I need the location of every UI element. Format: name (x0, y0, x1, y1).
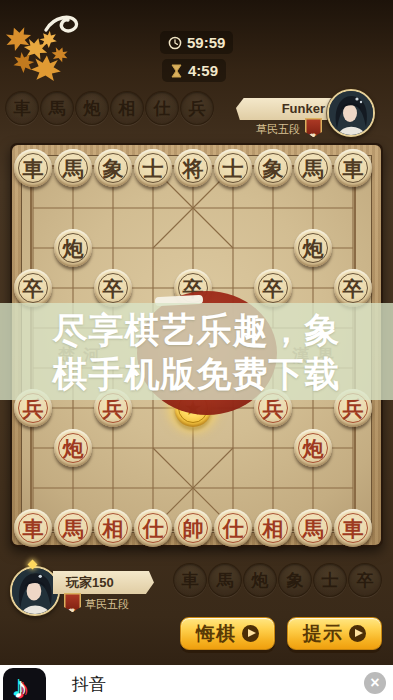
avatar-portrait (12, 568, 58, 614)
piece-炮[interactable]: 炮 (54, 229, 92, 267)
player-bottom-nameplate: 玩家150 (53, 571, 154, 594)
close-banner-button[interactable]: × (364, 672, 386, 694)
ad-text-line1: 尽享棋艺乐趣，象 (53, 308, 341, 352)
piece-卒[interactable]: 卒 (254, 269, 292, 307)
undo-button-label: 悔棋 (196, 621, 236, 647)
hint-button[interactable]: 提示 (287, 617, 382, 650)
piece-炮[interactable]: 炮 (294, 429, 332, 467)
capture-slot-車: 車 (173, 563, 207, 597)
piece-車[interactable]: 車 (334, 509, 372, 547)
piece-馬[interactable]: 馬 (54, 149, 92, 187)
piece-馬[interactable]: 馬 (54, 509, 92, 547)
app-banner-bar[interactable]: ♪♪♪ 抖音 × (0, 665, 393, 700)
capture-slot-馬: 馬 (208, 563, 242, 597)
undo-move-button[interactable]: 悔棋 (180, 617, 275, 650)
douyin-logo-icon[interactable]: ♪♪♪ (3, 668, 46, 700)
piece-馬[interactable]: 馬 (294, 509, 332, 547)
player-bottom-name: 玩家150 (66, 575, 114, 590)
player-bottom-rank: 草民五段 (85, 597, 129, 612)
capture-slot-士: 士 (313, 563, 347, 597)
piece-卒[interactable]: 卒 (94, 269, 132, 307)
player-bottom-avatar[interactable] (10, 566, 60, 616)
piece-相[interactable]: 相 (94, 509, 132, 547)
piece-卒[interactable]: 卒 (334, 269, 372, 307)
play-circle-icon (349, 625, 366, 642)
hint-button-label: 提示 (303, 621, 343, 647)
game-screen: 59:59 4:59 車馬炮相仕兵 車馬炮象士卒 Funker 草民五段 草民 … (0, 0, 393, 700)
ad-text-overlay: 尽享棋艺乐趣，象 棋手机版免费下载 (0, 303, 393, 400)
piece-帥[interactable]: 帥 (174, 509, 212, 547)
piece-車[interactable]: 車 (334, 149, 372, 187)
piece-士[interactable]: 士 (134, 149, 172, 187)
piece-仕[interactable]: 仕 (214, 509, 252, 547)
piece-炮[interactable]: 炮 (294, 229, 332, 267)
capture-slot-象: 象 (278, 563, 312, 597)
piece-炮[interactable]: 炮 (54, 429, 92, 467)
play-circle-icon (242, 625, 259, 642)
ad-text-line2: 棋手机版免费下载 (53, 352, 341, 396)
capture-slot-卒: 卒 (348, 563, 382, 597)
piece-士[interactable]: 士 (214, 149, 252, 187)
piece-将[interactable]: 将 (174, 149, 212, 187)
piece-車[interactable]: 車 (14, 509, 52, 547)
capture-tray-bottom: 車馬炮象士卒 (173, 563, 382, 597)
piece-卒[interactable]: 卒 (14, 269, 52, 307)
app-name-label: 抖音 (72, 673, 106, 696)
piece-車[interactable]: 車 (14, 149, 52, 187)
piece-馬[interactable]: 馬 (294, 149, 332, 187)
piece-仕[interactable]: 仕 (134, 509, 172, 547)
capture-slot-炮: 炮 (243, 563, 277, 597)
piece-象[interactable]: 象 (94, 149, 132, 187)
piece-象[interactable]: 象 (254, 149, 292, 187)
piece-相[interactable]: 相 (254, 509, 292, 547)
